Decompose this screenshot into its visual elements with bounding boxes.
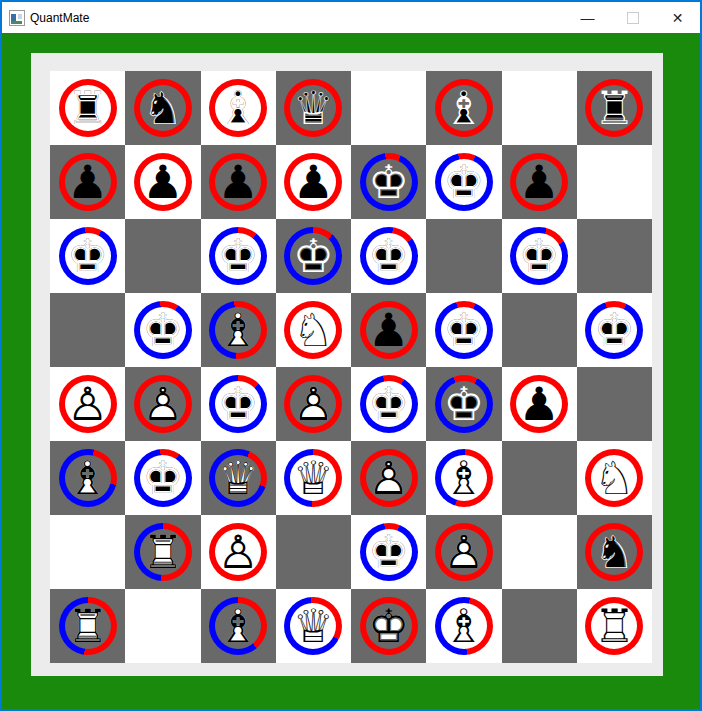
black-bishop-piece: ♝♗ xyxy=(209,79,267,137)
probability-ring: ♟ xyxy=(209,153,267,211)
probability-ring: ♟♙ xyxy=(209,523,267,581)
black-king-piece: ♚♔ xyxy=(59,227,117,285)
probability-ring: ♜♖ xyxy=(59,79,117,137)
probability-ring: ♝♗ xyxy=(209,597,267,655)
piece-glyph-outline: ♖ xyxy=(585,79,643,137)
minimize-icon: — xyxy=(581,10,595,26)
piece-glyph-outline: ♔ xyxy=(435,375,493,433)
square-d7[interactable]: ♟ xyxy=(276,145,351,219)
black-pawn-piece: ♟ xyxy=(134,153,192,211)
black-pawn-piece: ♟ xyxy=(510,153,568,211)
black-queen-piece: ♛♕ xyxy=(284,79,342,137)
piece-glyph-outline: ♗ xyxy=(209,301,267,359)
black-king-piece: ♚♔ xyxy=(360,375,418,433)
piece-glyph-outline: ♖ xyxy=(59,79,117,137)
square-h8[interactable]: ♜♖ xyxy=(577,71,652,145)
square-a3[interactable]: ♝♗ xyxy=(50,441,125,515)
square-a6[interactable]: ♚♔ xyxy=(50,219,125,293)
chess-board[interactable]: ♜♖♞♘♝♗♛♕♝♗♜♖♟♟♟♟♚♔♚♔♟♚♔♚♔♚♔♚♔♚♔♚♔♝♗♞♘♟♚♔… xyxy=(50,71,652,663)
square-c2[interactable]: ♟♙ xyxy=(201,515,276,589)
minimize-button[interactable]: — xyxy=(565,2,610,33)
piece-glyph-outline: ♔ xyxy=(59,227,117,285)
square-g6[interactable]: ♚♔ xyxy=(502,219,577,293)
piece-glyph-fill: ♟ xyxy=(59,153,117,211)
square-h7[interactable] xyxy=(577,145,652,219)
piece-glyph-fill: ♟ xyxy=(510,153,568,211)
piece-glyph-outline: ♔ xyxy=(360,227,418,285)
probability-ring: ♚♔ xyxy=(435,153,493,211)
black-king-piece: ♚♔ xyxy=(134,301,192,359)
probability-ring: ♚♔ xyxy=(585,301,643,359)
piece-glyph-outline: ♘ xyxy=(284,301,342,359)
square-f7[interactable]: ♚♔ xyxy=(426,145,501,219)
square-h6[interactable] xyxy=(577,219,652,293)
square-g3[interactable] xyxy=(502,441,577,515)
square-b7[interactable]: ♟ xyxy=(125,145,200,219)
piece-glyph-fill: ♟ xyxy=(360,301,418,359)
white-pawn-piece: ♟♙ xyxy=(59,375,117,433)
piece-glyph-outline: ♕ xyxy=(284,597,342,655)
black-pawn-piece: ♟ xyxy=(284,153,342,211)
app-icon xyxy=(9,10,25,26)
square-c3[interactable]: ♛♕ xyxy=(201,441,276,515)
square-c1[interactable]: ♝♗ xyxy=(201,589,276,663)
black-king-piece: ♚♔ xyxy=(209,227,267,285)
square-d8[interactable]: ♛♕ xyxy=(276,71,351,145)
white-pawn-piece: ♟♙ xyxy=(284,375,342,433)
piece-glyph-outline: ♔ xyxy=(134,301,192,359)
square-a1[interactable]: ♜♖ xyxy=(50,589,125,663)
probability-ring: ♝♗ xyxy=(435,597,493,655)
black-king-piece: ♚♔ xyxy=(360,227,418,285)
black-king-piece: ♚♔ xyxy=(435,301,493,359)
piece-glyph-outline: ♙ xyxy=(59,375,117,433)
piece-glyph-outline: ♘ xyxy=(134,79,192,137)
black-king-piece: ♚♔ xyxy=(360,153,418,211)
square-b1[interactable] xyxy=(125,589,200,663)
white-king-piece: ♚♔ xyxy=(360,597,418,655)
square-f6[interactable] xyxy=(426,219,501,293)
white-pawn-piece: ♟♙ xyxy=(134,375,192,433)
probability-ring: ♟ xyxy=(510,375,568,433)
piece-glyph-outline: ♗ xyxy=(59,449,117,507)
square-b8[interactable]: ♞♘ xyxy=(125,71,200,145)
black-king-piece: ♚♔ xyxy=(134,449,192,507)
square-b6[interactable] xyxy=(125,219,200,293)
piece-glyph-outline: ♔ xyxy=(209,227,267,285)
square-e3[interactable]: ♟♙ xyxy=(351,441,426,515)
probability-ring: ♟ xyxy=(59,153,117,211)
piece-glyph-outline: ♔ xyxy=(360,597,418,655)
white-bishop-piece: ♝♗ xyxy=(435,597,493,655)
white-bishop-piece: ♝♗ xyxy=(435,449,493,507)
white-queen-piece: ♛♕ xyxy=(209,449,267,507)
piece-glyph-outline: ♖ xyxy=(134,523,192,581)
piece-glyph-outline: ♔ xyxy=(435,301,493,359)
white-knight-piece: ♞♘ xyxy=(585,449,643,507)
piece-glyph-outline: ♔ xyxy=(435,153,493,211)
black-knight-piece: ♞♘ xyxy=(585,523,643,581)
probability-ring: ♛♕ xyxy=(284,597,342,655)
probability-ring: ♚♔ xyxy=(59,227,117,285)
piece-glyph-fill: ♟ xyxy=(284,153,342,211)
square-f4[interactable]: ♚♔ xyxy=(426,367,501,441)
square-c6[interactable]: ♚♔ xyxy=(201,219,276,293)
probability-ring: ♟ xyxy=(134,153,192,211)
white-queen-piece: ♛♕ xyxy=(284,449,342,507)
square-e6[interactable]: ♚♔ xyxy=(351,219,426,293)
probability-ring: ♚♔ xyxy=(435,375,493,433)
black-bishop-piece: ♝♗ xyxy=(435,79,493,137)
board-margin-panel: ♜♖♞♘♝♗♛♕♝♗♜♖♟♟♟♟♚♔♚♔♟♚♔♚♔♚♔♚♔♚♔♚♔♝♗♞♘♟♚♔… xyxy=(31,53,663,676)
white-rook-piece: ♜♖ xyxy=(134,523,192,581)
piece-glyph-outline: ♗ xyxy=(435,79,493,137)
square-f8[interactable]: ♝♗ xyxy=(426,71,501,145)
probability-ring: ♛♕ xyxy=(284,449,342,507)
piece-glyph-outline: ♗ xyxy=(435,597,493,655)
black-pawn-piece: ♟ xyxy=(209,153,267,211)
square-a4[interactable]: ♟♙ xyxy=(50,367,125,441)
piece-glyph-outline: ♖ xyxy=(585,597,643,655)
square-d3[interactable]: ♛♕ xyxy=(276,441,351,515)
piece-glyph-outline: ♔ xyxy=(209,375,267,433)
square-d6[interactable]: ♚♔ xyxy=(276,219,351,293)
square-d5[interactable]: ♞♘ xyxy=(276,293,351,367)
probability-ring: ♟ xyxy=(284,153,342,211)
white-rook-piece: ♜♖ xyxy=(59,597,117,655)
probability-ring: ♚♔ xyxy=(209,227,267,285)
square-a5[interactable] xyxy=(50,293,125,367)
white-pawn-piece: ♟♙ xyxy=(435,523,493,581)
square-e5[interactable]: ♟ xyxy=(351,293,426,367)
probability-ring: ♟♙ xyxy=(435,523,493,581)
probability-ring: ♜♖ xyxy=(134,523,192,581)
probability-ring: ♛♕ xyxy=(284,79,342,137)
probability-ring: ♝♗ xyxy=(435,79,493,137)
probability-ring: ♝♗ xyxy=(209,79,267,137)
square-d2[interactable] xyxy=(276,515,351,589)
square-e4[interactable]: ♚♔ xyxy=(351,367,426,441)
square-h5[interactable]: ♚♔ xyxy=(577,293,652,367)
app-icon-detail xyxy=(11,21,22,24)
square-g2[interactable] xyxy=(502,515,577,589)
black-king-piece: ♚♔ xyxy=(435,375,493,433)
square-f5[interactable]: ♚♔ xyxy=(426,293,501,367)
black-pawn-piece: ♟ xyxy=(510,375,568,433)
probability-ring: ♜♖ xyxy=(585,597,643,655)
square-c5[interactable]: ♝♗ xyxy=(201,293,276,367)
probability-ring: ♞♘ xyxy=(134,79,192,137)
black-king-piece: ♚♔ xyxy=(435,153,493,211)
piece-glyph-outline: ♗ xyxy=(435,449,493,507)
probability-ring: ♞♘ xyxy=(284,301,342,359)
probability-ring: ♚♔ xyxy=(360,153,418,211)
black-pawn-piece: ♟ xyxy=(360,301,418,359)
white-knight-piece: ♞♘ xyxy=(284,301,342,359)
black-king-piece: ♚♔ xyxy=(360,523,418,581)
maximize-icon xyxy=(627,12,639,24)
square-f1[interactable]: ♝♗ xyxy=(426,589,501,663)
close-icon: ✕ xyxy=(672,10,684,26)
square-b2[interactable]: ♜♖ xyxy=(125,515,200,589)
piece-glyph-outline: ♔ xyxy=(134,449,192,507)
piece-glyph-outline: ♔ xyxy=(585,301,643,359)
piece-glyph-outline: ♔ xyxy=(284,227,342,285)
piece-glyph-outline: ♔ xyxy=(510,227,568,285)
piece-glyph-outline: ♙ xyxy=(209,523,267,581)
window-title: QuantMate xyxy=(30,11,89,25)
white-rook-piece: ♜♖ xyxy=(585,597,643,655)
square-c4[interactable]: ♚♔ xyxy=(201,367,276,441)
square-f2[interactable]: ♟♙ xyxy=(426,515,501,589)
piece-glyph-outline: ♘ xyxy=(585,523,643,581)
probability-ring: ♚♔ xyxy=(134,301,192,359)
probability-ring: ♚♔ xyxy=(360,523,418,581)
square-e1[interactable]: ♚♔ xyxy=(351,589,426,663)
black-rook-piece: ♜♖ xyxy=(59,79,117,137)
piece-glyph-fill: ♟ xyxy=(510,375,568,433)
probability-ring: ♟ xyxy=(510,153,568,211)
piece-glyph-outline: ♔ xyxy=(360,523,418,581)
probability-ring: ♞♘ xyxy=(585,449,643,507)
white-bishop-piece: ♝♗ xyxy=(209,301,267,359)
probability-ring: ♚♔ xyxy=(360,227,418,285)
probability-ring: ♝♗ xyxy=(209,301,267,359)
square-h3[interactable]: ♞♘ xyxy=(577,441,652,515)
square-a8[interactable]: ♜♖ xyxy=(50,71,125,145)
piece-glyph-outline: ♗ xyxy=(209,79,267,137)
probability-ring: ♝♗ xyxy=(59,449,117,507)
square-g5[interactable] xyxy=(502,293,577,367)
square-e8[interactable] xyxy=(351,71,426,145)
square-g8[interactable] xyxy=(502,71,577,145)
piece-glyph-outline: ♕ xyxy=(284,449,342,507)
piece-glyph-fill: ♟ xyxy=(134,153,192,211)
app-icon-detail xyxy=(18,14,22,19)
square-g4[interactable]: ♟ xyxy=(502,367,577,441)
square-g7[interactable]: ♟ xyxy=(502,145,577,219)
maximize-button[interactable] xyxy=(610,2,655,33)
piece-glyph-outline: ♘ xyxy=(585,449,643,507)
black-pawn-piece: ♟ xyxy=(59,153,117,211)
probability-ring: ♜♖ xyxy=(59,597,117,655)
probability-ring: ♚♔ xyxy=(360,597,418,655)
piece-glyph-outline: ♕ xyxy=(284,79,342,137)
piece-glyph-fill: ♟ xyxy=(209,153,267,211)
square-c7[interactable]: ♟ xyxy=(201,145,276,219)
piece-glyph-outline: ♙ xyxy=(134,375,192,433)
close-button[interactable]: ✕ xyxy=(655,2,700,33)
square-d4[interactable]: ♟♙ xyxy=(276,367,351,441)
piece-glyph-outline: ♔ xyxy=(360,375,418,433)
white-bishop-piece: ♝♗ xyxy=(59,449,117,507)
probability-ring: ♚♔ xyxy=(510,227,568,285)
probability-ring: ♟♙ xyxy=(360,449,418,507)
square-b5[interactable]: ♚♔ xyxy=(125,293,200,367)
square-e2[interactable]: ♚♔ xyxy=(351,515,426,589)
square-h2[interactable]: ♞♘ xyxy=(577,515,652,589)
piece-glyph-outline: ♙ xyxy=(360,449,418,507)
black-king-piece: ♚♔ xyxy=(284,227,342,285)
probability-ring: ♚♔ xyxy=(360,375,418,433)
piece-glyph-outline: ♙ xyxy=(435,523,493,581)
black-rook-piece: ♜♖ xyxy=(585,79,643,137)
probability-ring: ♝♗ xyxy=(435,449,493,507)
white-queen-piece: ♛♕ xyxy=(284,597,342,655)
square-b3[interactable]: ♚♔ xyxy=(125,441,200,515)
square-b4[interactable]: ♟♙ xyxy=(125,367,200,441)
square-f3[interactable]: ♝♗ xyxy=(426,441,501,515)
probability-ring: ♛♕ xyxy=(209,449,267,507)
black-king-piece: ♚♔ xyxy=(209,375,267,433)
square-a2[interactable] xyxy=(50,515,125,589)
probability-ring: ♚♔ xyxy=(284,227,342,285)
white-bishop-piece: ♝♗ xyxy=(209,597,267,655)
probability-ring: ♟♙ xyxy=(134,375,192,433)
piece-glyph-outline: ♔ xyxy=(360,153,418,211)
app-window: QuantMate — ✕ ♜♖♞♘♝♗♛♕♝♗♜♖♟♟♟♟♚♔♚♔♟♚♔♚♔♚… xyxy=(0,0,702,711)
square-a7[interactable]: ♟ xyxy=(50,145,125,219)
square-g1[interactable] xyxy=(502,589,577,663)
square-d1[interactable]: ♛♕ xyxy=(276,589,351,663)
black-king-piece: ♚♔ xyxy=(510,227,568,285)
square-e7[interactable]: ♚♔ xyxy=(351,145,426,219)
probability-ring: ♚♔ xyxy=(134,449,192,507)
probability-ring: ♞♘ xyxy=(585,523,643,581)
probability-ring: ♚♔ xyxy=(435,301,493,359)
white-pawn-piece: ♟♙ xyxy=(209,523,267,581)
probability-ring: ♟♙ xyxy=(59,375,117,433)
black-king-piece: ♚♔ xyxy=(585,301,643,359)
game-canvas: ♜♖♞♘♝♗♛♕♝♗♜♖♟♟♟♟♚♔♚♔♟♚♔♚♔♚♔♚♔♚♔♚♔♝♗♞♘♟♚♔… xyxy=(2,33,700,709)
titlebar[interactable]: QuantMate — ✕ xyxy=(2,2,700,33)
probability-ring: ♚♔ xyxy=(209,375,267,433)
piece-glyph-outline: ♗ xyxy=(209,597,267,655)
black-knight-piece: ♞♘ xyxy=(134,79,192,137)
square-h1[interactable]: ♜♖ xyxy=(577,589,652,663)
probability-ring: ♟ xyxy=(360,301,418,359)
square-h4[interactable] xyxy=(577,367,652,441)
probability-ring: ♟♙ xyxy=(284,375,342,433)
piece-glyph-outline: ♖ xyxy=(59,597,117,655)
probability-ring: ♜♖ xyxy=(585,79,643,137)
square-c8[interactable]: ♝♗ xyxy=(201,71,276,145)
piece-glyph-outline: ♙ xyxy=(284,375,342,433)
piece-glyph-outline: ♕ xyxy=(209,449,267,507)
white-pawn-piece: ♟♙ xyxy=(360,449,418,507)
